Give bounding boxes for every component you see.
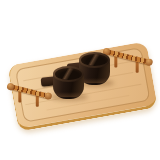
- photo-stage: [0, 0, 160, 160]
- handle-post: [114, 55, 117, 67]
- handle-post: [136, 61, 139, 73]
- cup-interior: [55, 68, 82, 80]
- handle-post: [18, 90, 21, 102]
- cup-left: [41, 64, 87, 102]
- handle-post: [36, 95, 39, 107]
- cup-rim: [53, 66, 84, 82]
